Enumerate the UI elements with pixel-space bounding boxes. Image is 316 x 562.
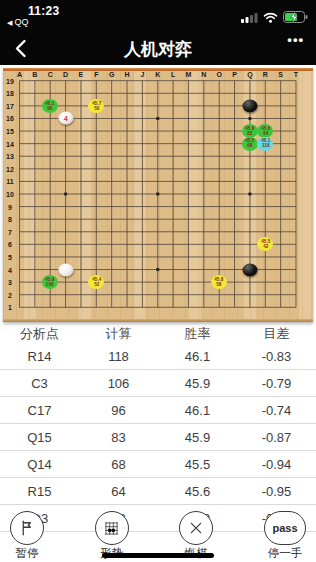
go-board[interactable]: ABCDEFGHJKLMNOPQRST191817161514131211109… [3, 68, 313, 322]
analysis-cell: 45.9 [158, 430, 237, 445]
star-point [248, 117, 252, 121]
analysis-row-Q14[interactable]: Q146845.5-0.94 [0, 451, 316, 478]
analysis-cell: 83 [79, 430, 158, 445]
analysis-cell: Q15 [0, 430, 79, 445]
board-icon [102, 519, 121, 538]
analysis-cell: -0.95 [237, 484, 316, 499]
battery-charging-icon [283, 11, 308, 23]
analysis-cell: C3 [0, 376, 79, 391]
analysis-mark-R14[interactable]: 46.1118 [257, 137, 273, 151]
analysis-cell: 106 [79, 376, 158, 391]
flag-icon [18, 519, 36, 537]
move-number-label: 4 [64, 115, 68, 122]
analysis-cell: -0.83 [237, 349, 316, 364]
app-screen: 11:23 ◀ QQ [0, 0, 316, 562]
analysis-row-R14[interactable]: R1411846.1-0.83 [0, 343, 316, 370]
coord-label-row: 3 [8, 279, 12, 286]
col-header-winrate: 胜率 [158, 325, 237, 343]
analysis-cell: R15 [0, 484, 79, 499]
coord-label-row: 2 [8, 291, 12, 298]
analysis-cell: 46.1 [158, 403, 237, 418]
home-indicator[interactable] [102, 553, 214, 558]
coord-label-row: 7 [8, 228, 12, 235]
analysis-cell: 118 [79, 349, 158, 364]
coord-label-row: 9 [8, 203, 12, 210]
nav-header: 人机对弈 ••• [0, 30, 316, 65]
status-icons [241, 11, 308, 23]
coord-label-row: 11 [6, 178, 13, 185]
pause-button[interactable]: 暂停 [10, 511, 44, 562]
coord-label-col: F [94, 70, 98, 77]
go-stone-black [242, 263, 257, 276]
coord-label-col: Q [247, 70, 252, 77]
coord-label-col: B [32, 70, 37, 77]
more-menu-button[interactable]: ••• [287, 32, 304, 47]
go-stone-black [242, 99, 257, 112]
coord-label-col: H [124, 70, 129, 77]
status-bar: 11:23 ◀ QQ [0, 0, 316, 30]
coord-label-col: O [216, 70, 221, 77]
pass-button[interactable]: pass 停一手 [264, 511, 306, 562]
back-triangle-icon: ◀ [7, 19, 12, 26]
analysis-cell: -0.94 [237, 457, 316, 472]
analysis-cell: R14 [0, 349, 79, 364]
col-header-point: 分析点 [0, 325, 79, 343]
coord-label-col: T [294, 70, 298, 77]
analysis-cell: -0.74 [237, 403, 316, 418]
analysis-mark-C17[interactable]: 46.196 [42, 99, 58, 113]
analysis-mark-F3[interactable]: 45.452 [88, 275, 104, 289]
coord-label-row: 17 [6, 102, 14, 109]
back-to-app-indicator[interactable]: ◀ QQ [7, 17, 28, 27]
analysis-cell: C17 [0, 403, 79, 418]
analysis-cell: 45.5 [158, 457, 237, 472]
coord-label-col: K [155, 70, 160, 77]
analysis-cell: 45.9 [158, 376, 237, 391]
analysis-row-C3[interactable]: C310645.9-0.79 [0, 370, 316, 397]
analysis-mark-R6[interactable]: 45.542 [257, 237, 273, 251]
analysis-row-R15[interactable]: R156445.6-0.95 [0, 478, 316, 505]
coord-label-row: 8 [8, 216, 12, 223]
analysis-mark-O3[interactable]: 45.858 [211, 275, 227, 289]
coord-label-col: S [278, 70, 283, 77]
coord-label-col: E [79, 70, 84, 77]
status-time: 11:23 [28, 4, 60, 18]
analysis-cell: -0.79 [237, 376, 316, 391]
analysis-cell: 46.1 [158, 349, 237, 364]
back-app-name: QQ [14, 17, 28, 27]
coord-label-row: 1 [8, 304, 12, 311]
coord-label-col: G [109, 70, 114, 77]
star-point [156, 117, 160, 121]
analysis-cell: 45.6 [158, 484, 237, 499]
coord-label-row: 12 [6, 165, 14, 172]
page-title: 人机对弈 [0, 38, 316, 61]
pause-label: 暂停 [16, 546, 39, 561]
analysis-row-C17[interactable]: C179646.1-0.74 [0, 397, 316, 424]
analysis-cell: -0.87 [237, 430, 316, 445]
star-point [64, 192, 68, 196]
coord-label-row: 14 [6, 140, 14, 147]
analysis-cell: Q14 [0, 457, 79, 472]
col-header-score: 目差 [237, 325, 316, 343]
coord-label-row: 19 [6, 77, 14, 84]
star-point [156, 192, 160, 196]
analysis-mark-C3[interactable]: 45.9106 [42, 275, 58, 289]
wifi-icon [263, 12, 278, 23]
coord-label-row: 13 [6, 153, 14, 160]
coord-label-row: 5 [8, 253, 12, 260]
go-stone-white [58, 263, 73, 276]
coord-label-col: C [48, 70, 53, 77]
coord-label-col: A [17, 70, 22, 77]
col-header-visits: 计算 [79, 325, 158, 343]
coord-label-col: J [140, 70, 144, 77]
analysis-row-Q15[interactable]: Q158345.9-0.87 [0, 424, 316, 451]
coord-label-col: R [263, 70, 268, 77]
coord-label-col: L [171, 70, 175, 77]
close-icon [188, 520, 204, 536]
go-stone-white: 4 [58, 112, 73, 125]
coord-label-col: M [186, 70, 192, 77]
coord-label-row: 18 [6, 90, 14, 97]
analysis-cell: 96 [79, 403, 158, 418]
analysis-cell: 68 [79, 457, 158, 472]
coord-label-col: N [201, 70, 206, 77]
coord-label-row: 6 [8, 241, 12, 248]
pass-icon: pass [272, 522, 297, 534]
analysis-mark-Q14[interactable]: 45.568 [242, 137, 258, 151]
star-point [248, 192, 252, 196]
coord-label-row: 4 [8, 266, 12, 273]
analysis-mark-F17[interactable]: 45.750 [88, 99, 104, 113]
analysis-table-header: 分析点 计算 胜率 目差 [0, 325, 316, 343]
pass-label: 停一手 [268, 546, 303, 561]
coord-label-col: D [63, 70, 68, 77]
coord-label-row: 10 [6, 191, 14, 198]
coord-label-row: 16 [6, 115, 14, 122]
star-point [156, 268, 160, 272]
coord-label-row: 15 [6, 128, 14, 135]
coord-label-col: P [232, 70, 237, 77]
cellular-signal-icon [241, 12, 258, 23]
analysis-cell: 64 [79, 484, 158, 499]
